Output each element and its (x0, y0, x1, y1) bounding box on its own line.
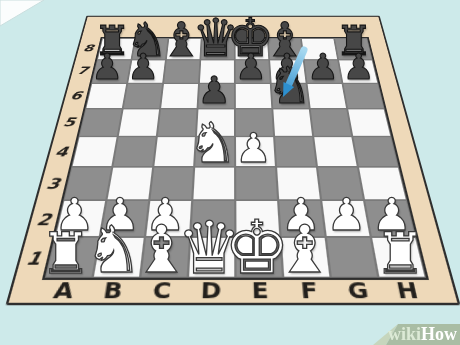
square-b5 (118, 109, 160, 137)
square-b3 (106, 167, 153, 200)
square-h2 (364, 200, 416, 237)
square-d7 (199, 60, 235, 83)
square-f3 (276, 167, 321, 200)
square-a4 (71, 136, 117, 166)
square-b1 (93, 237, 145, 278)
square-d8 (200, 38, 234, 60)
square-h5 (347, 109, 391, 137)
square-d5 (196, 109, 235, 137)
square-g3 (317, 167, 364, 200)
illustration-canvas: 87654321 ABCDEFGH ♜♞♝♛♚♝♜♟♟♟♟♟♟♞♟♞♟♟♟♟♟♟… (0, 0, 460, 345)
square-a1 (45, 237, 100, 278)
square-e1 (235, 237, 283, 278)
square-e7 (235, 60, 271, 83)
square-g6 (307, 83, 348, 108)
chess-board-grid (42, 37, 429, 280)
file-label-a: A (36, 276, 91, 306)
rank-label-3: 3 (39, 175, 67, 192)
square-e5 (235, 109, 274, 137)
square-f1 (280, 237, 330, 278)
file-label-c: C (136, 276, 188, 306)
square-g8 (301, 38, 338, 60)
square-h7 (338, 60, 378, 83)
square-b8 (131, 38, 168, 60)
square-f2 (278, 200, 326, 237)
square-d6 (198, 83, 235, 108)
square-h4 (352, 136, 399, 166)
square-e4 (235, 136, 276, 166)
square-a5 (79, 109, 123, 137)
square-a2 (55, 200, 107, 237)
square-h3 (358, 167, 407, 200)
watermark-how-text: How (421, 324, 457, 344)
square-c5 (157, 109, 198, 137)
square-h6 (342, 83, 384, 108)
rank-label-8: 8 (78, 42, 100, 53)
square-e2 (235, 200, 280, 237)
square-g5 (310, 109, 353, 137)
file-label-h: H (380, 276, 435, 306)
rank-label-6: 6 (64, 89, 88, 102)
rank-label-5: 5 (57, 115, 82, 129)
square-a8 (97, 38, 135, 60)
rank-label-1: 1 (18, 248, 50, 269)
file-label-e: E (235, 276, 285, 306)
rank-label-4: 4 (48, 144, 75, 160)
square-b7 (127, 60, 166, 83)
square-d3 (192, 167, 235, 200)
square-c1 (140, 237, 190, 278)
square-d2 (190, 200, 235, 237)
watermark-wiki-text: wiki (388, 324, 421, 344)
chess-board-frame: 87654321 ABCDEFGH (5, 16, 460, 306)
square-c6 (160, 83, 199, 108)
square-b4 (112, 136, 157, 166)
square-c2 (145, 200, 192, 237)
square-a7 (91, 60, 131, 83)
square-f7 (269, 60, 306, 83)
square-f6 (271, 83, 310, 108)
square-a6 (85, 83, 127, 108)
square-h1 (371, 237, 426, 278)
square-a3 (63, 167, 112, 200)
square-g2 (321, 200, 371, 237)
page-corner-shape (0, 0, 44, 26)
square-f5 (272, 109, 313, 137)
square-g1 (326, 237, 379, 278)
square-d4 (194, 136, 235, 166)
file-label-b: B (86, 276, 139, 306)
square-c4 (153, 136, 196, 166)
rank-label-2: 2 (29, 210, 59, 229)
watermark-logo: wikiHow (388, 324, 457, 344)
square-c3 (149, 167, 194, 200)
square-b2 (100, 200, 150, 237)
square-g4 (313, 136, 358, 166)
square-e3 (235, 167, 278, 200)
square-h8 (334, 38, 372, 60)
file-label-d: D (186, 276, 236, 306)
square-c7 (163, 60, 200, 83)
square-e8 (235, 38, 270, 60)
square-g7 (304, 60, 343, 83)
square-f4 (274, 136, 317, 166)
square-d1 (188, 237, 236, 278)
file-label-g: G (332, 276, 386, 306)
file-label-f: F (284, 276, 336, 306)
square-c8 (166, 38, 202, 60)
square-b6 (123, 83, 163, 108)
square-e6 (235, 83, 272, 108)
square-f8 (268, 38, 304, 60)
rank-label-7: 7 (71, 65, 94, 77)
